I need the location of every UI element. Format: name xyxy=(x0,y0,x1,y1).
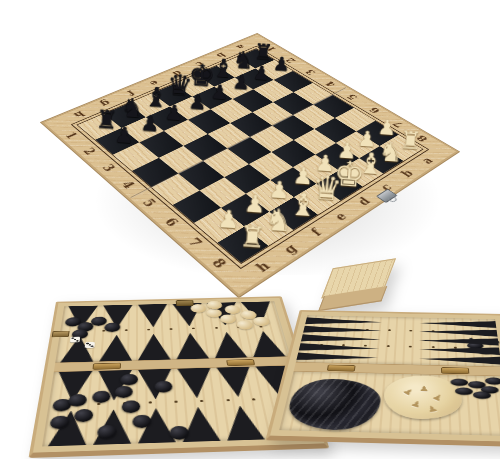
die-icon xyxy=(70,336,80,342)
black-checker xyxy=(484,378,500,385)
peg-hole-icon xyxy=(200,400,203,402)
backgammon-point xyxy=(222,405,265,441)
peg-hole-icon xyxy=(342,344,345,346)
backgammon-point xyxy=(420,320,497,328)
backgammon-point xyxy=(177,368,214,399)
backgammon-point xyxy=(138,333,171,360)
hinge-icon xyxy=(93,363,122,370)
cream-checker xyxy=(236,320,254,330)
bag-of-dark-chess-pieces xyxy=(284,378,383,431)
peg-hole-icon xyxy=(454,347,457,349)
backgammon-point xyxy=(138,304,169,328)
peg-hole-icon xyxy=(192,328,195,330)
rank-label: 1 xyxy=(52,125,91,146)
black-checker xyxy=(451,378,469,385)
rank-label: 5 xyxy=(336,88,368,106)
hinge-icon xyxy=(441,367,469,374)
backgammon-point xyxy=(419,355,500,364)
bagged-piece-icon: ♟ xyxy=(425,404,439,414)
backgammon-point xyxy=(296,352,378,361)
black-checker xyxy=(91,391,110,404)
peg-hole-icon xyxy=(226,399,230,401)
far-leaf-horizontal-points xyxy=(307,315,495,319)
storage-scene: ♞ ♟♟♟♟♟ xyxy=(294,262,500,459)
peg-hole-icon xyxy=(364,345,367,347)
storage-box: ♞ ♟♟♟♟♟ xyxy=(265,310,500,447)
die-icon xyxy=(85,342,95,348)
closed-box-corner xyxy=(319,258,405,316)
peg-hole-icon xyxy=(125,330,128,332)
backgammon-point xyxy=(301,334,380,343)
backgammon-point xyxy=(305,317,382,325)
chess-piece-white-r[interactable]: ♜ xyxy=(230,222,275,254)
peg-hole-icon xyxy=(409,346,412,348)
peg-hole-icon xyxy=(431,346,434,348)
peg-hole-icon xyxy=(388,329,391,331)
peg-hole-icon xyxy=(170,328,173,330)
bagged-piece-icon: ♟ xyxy=(430,392,445,402)
backgammon-point xyxy=(248,331,286,358)
side-clasp xyxy=(52,331,70,338)
backgammon-point xyxy=(216,367,255,398)
brass-latch xyxy=(176,300,194,306)
backgammon-point xyxy=(211,332,247,359)
peg-hole-icon xyxy=(175,401,178,403)
peg-hole-icon xyxy=(98,403,101,405)
peg-hole-icon xyxy=(149,402,152,404)
peg-hole-icon xyxy=(215,327,218,329)
hinge-icon xyxy=(226,359,255,366)
black-checker xyxy=(455,387,473,395)
storage-far-leaf: ♞ xyxy=(296,315,500,366)
cream-checker xyxy=(252,317,270,326)
product-photo: ♜♞♝♛♚♝♞♜♟♟♟♟♟♟♟♟♟♟♟♟♟♟♟♟♜♞♝♛♚♝♞♜ hgfedcb… xyxy=(0,0,500,459)
black-checker xyxy=(473,391,492,399)
peg-hole-icon xyxy=(259,326,262,328)
bagged-piece-icon: ♟ xyxy=(401,387,416,397)
peg-hole-icon xyxy=(410,330,413,332)
peg-hole-icon xyxy=(251,399,255,401)
storage-near-leaf: ♟♟♟♟♟ xyxy=(279,372,500,436)
backgammon-far-leaf xyxy=(55,301,290,362)
hinge-icon xyxy=(327,365,356,372)
peg-hole-icon xyxy=(387,345,390,347)
square xyxy=(178,161,224,191)
bagged-piece-icon: ♟ xyxy=(419,385,429,393)
peg-hole-icon xyxy=(148,329,151,331)
backgammon-point xyxy=(99,334,132,361)
backgammon-point xyxy=(175,333,210,360)
black-checker xyxy=(132,414,151,428)
near-leaf-points-top xyxy=(54,366,296,403)
storage-far-pieces xyxy=(307,315,495,319)
chess-piece-black-p[interactable]: ♟ xyxy=(105,124,144,148)
chess-scene: ♜♞♝♛♚♝♞♜♟♟♟♟♟♟♟♟♟♟♟♟♟♟♟♟♜♞♝♛♚♝♞♜ hgfedcb… xyxy=(0,0,500,274)
bagged-piece-icon: ♟ xyxy=(409,399,423,409)
